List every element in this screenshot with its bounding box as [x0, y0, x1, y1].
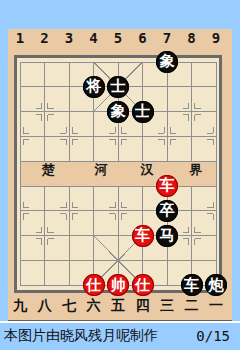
black-general-piece[interactable]: 将	[83, 76, 105, 98]
file-label-top-6: 6	[130, 30, 155, 46]
file-label-bottom-2: 八	[32, 297, 57, 315]
black-soldier-piece[interactable]: 卒	[156, 200, 178, 222]
file-label-top-5: 5	[106, 30, 131, 46]
file-label-bottom-9: 一	[204, 297, 229, 315]
board-grid: 象将士象士车卒车马仕帅仕车炮	[8, 50, 229, 298]
black-advisor-piece[interactable]: 士	[132, 101, 154, 123]
file-label-top-2: 2	[32, 30, 57, 46]
xiangqi-board: 123456789 楚河汉界 象将士象士车卒车马仕帅仕车炮 九八七六五四三二一	[8, 29, 232, 321]
file-label-top-7: 7	[155, 30, 180, 46]
black-elephant-piece[interactable]: 象	[107, 101, 129, 123]
file-label-top-1: 1	[8, 30, 33, 46]
black-cannon-piece[interactable]: 炮	[205, 274, 227, 296]
file-label-top-4: 4	[81, 30, 106, 46]
file-label-top-9: 9	[204, 30, 229, 46]
file-label-bottom-8: 二	[179, 297, 204, 315]
file-label-bottom-3: 七	[57, 297, 82, 315]
red-advisor-piece[interactable]: 仕	[132, 274, 154, 296]
file-label-bottom-4: 六	[81, 297, 106, 315]
black-elephant-piece[interactable]: 象	[156, 51, 178, 73]
red-chariot-piece[interactable]: 车	[132, 225, 154, 247]
credit-text: 本图片由晓风残月呢制作	[4, 327, 158, 345]
red-chariot-piece[interactable]: 车	[156, 175, 178, 197]
file-label-bottom-7: 三	[155, 297, 180, 315]
black-advisor-piece[interactable]: 士	[107, 76, 129, 98]
black-chariot-piece[interactable]: 车	[181, 274, 203, 296]
file-label-bottom-1: 九	[8, 297, 33, 315]
file-label-top-8: 8	[179, 30, 204, 46]
red-advisor-piece[interactable]: 仕	[83, 274, 105, 296]
status-bar: 本图片由晓风残月呢制作 0/15	[0, 321, 240, 350]
file-label-bottom-5: 五	[106, 297, 131, 315]
file-label-top-3: 3	[57, 30, 82, 46]
red-general-piece[interactable]: 帅	[107, 274, 129, 296]
progress-counter: 0/15	[196, 328, 230, 344]
file-label-bottom-6: 四	[130, 297, 155, 315]
black-horse-piece[interactable]: 马	[156, 225, 178, 247]
